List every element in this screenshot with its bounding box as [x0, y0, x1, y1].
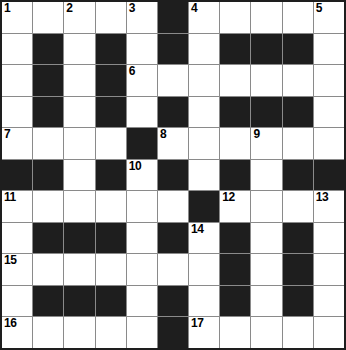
letter-cell[interactable]: [189, 128, 219, 159]
letter-cell[interactable]: [64, 191, 94, 222]
letter-cell[interactable]: [158, 65, 188, 96]
clue-number-1: 1: [4, 2, 10, 15]
block-cell: [33, 65, 63, 96]
letter-cell[interactable]: 4: [189, 2, 219, 33]
block-cell: [2, 160, 32, 191]
block-cell: [314, 160, 344, 191]
block-cell: [158, 223, 188, 254]
letter-cell[interactable]: [127, 317, 157, 348]
block-cell: [283, 223, 313, 254]
block-cell: [96, 223, 126, 254]
letter-cell[interactable]: 7: [2, 128, 32, 159]
block-cell: [64, 286, 94, 317]
block-cell: [220, 286, 250, 317]
crossword-puzzle: 1234567891011121314151617: [0, 0, 346, 350]
letter-cell[interactable]: 2: [64, 2, 94, 33]
letter-cell[interactable]: [314, 97, 344, 128]
letter-cell[interactable]: [96, 191, 126, 222]
letter-cell[interactable]: [189, 286, 219, 317]
clue-number-17: 17: [191, 317, 203, 330]
letter-cell[interactable]: [283, 2, 313, 33]
clue-number-16: 16: [4, 317, 16, 330]
letter-cell[interactable]: [314, 65, 344, 96]
block-cell: [96, 34, 126, 65]
letter-cell[interactable]: [220, 2, 250, 33]
letter-cell[interactable]: [158, 191, 188, 222]
letter-cell[interactable]: [220, 128, 250, 159]
letter-cell[interactable]: [64, 34, 94, 65]
clue-number-7: 7: [4, 128, 10, 141]
letter-cell[interactable]: [283, 128, 313, 159]
letter-cell[interactable]: [2, 223, 32, 254]
block-cell: [64, 223, 94, 254]
letter-cell[interactable]: [189, 34, 219, 65]
letter-cell[interactable]: [220, 65, 250, 96]
clue-number-10: 10: [129, 160, 141, 173]
letter-cell[interactable]: [96, 128, 126, 159]
letter-cell[interactable]: [33, 317, 63, 348]
block-cell: [158, 97, 188, 128]
clue-number-3: 3: [129, 2, 135, 15]
letter-cell[interactable]: [314, 254, 344, 285]
letter-cell[interactable]: [158, 254, 188, 285]
letter-cell[interactable]: 3: [127, 2, 157, 33]
letter-cell[interactable]: [251, 254, 281, 285]
letter-cell[interactable]: [251, 317, 281, 348]
letter-cell[interactable]: 9: [251, 128, 281, 159]
block-cell: [283, 34, 313, 65]
letter-cell[interactable]: 5: [314, 2, 344, 33]
block-cell: [158, 317, 188, 348]
block-cell: [127, 128, 157, 159]
clue-number-14: 14: [191, 223, 203, 236]
letter-cell[interactable]: [2, 286, 32, 317]
letter-cell[interactable]: 10: [127, 160, 157, 191]
block-cell: [33, 97, 63, 128]
letter-cell[interactable]: [220, 317, 250, 348]
clue-number-6: 6: [129, 65, 135, 78]
letter-cell[interactable]: [189, 65, 219, 96]
block-cell: [283, 254, 313, 285]
letter-cell[interactable]: [64, 97, 94, 128]
block-cell: [220, 97, 250, 128]
block-cell: [283, 97, 313, 128]
block-cell: [283, 286, 313, 317]
letter-cell[interactable]: [33, 2, 63, 33]
clue-number-9: 9: [253, 128, 259, 141]
block-cell: [33, 34, 63, 65]
letter-cell[interactable]: [127, 97, 157, 128]
letter-cell[interactable]: 8: [158, 128, 188, 159]
letter-cell[interactable]: [64, 160, 94, 191]
letter-cell[interactable]: [283, 191, 313, 222]
letter-cell[interactable]: [251, 160, 281, 191]
block-cell: [220, 254, 250, 285]
block-cell: [96, 160, 126, 191]
letter-cell[interactable]: [64, 65, 94, 96]
block-cell: [220, 34, 250, 65]
letter-cell[interactable]: [283, 65, 313, 96]
letter-cell[interactable]: 14: [189, 223, 219, 254]
clue-number-13: 13: [316, 191, 328, 204]
letter-cell[interactable]: 15: [2, 254, 32, 285]
clue-number-12: 12: [222, 191, 234, 204]
letter-cell[interactable]: [2, 34, 32, 65]
letter-cell[interactable]: 11: [2, 191, 32, 222]
block-cell: [96, 286, 126, 317]
block-cell: [158, 160, 188, 191]
block-cell: [220, 223, 250, 254]
letter-cell[interactable]: [33, 191, 63, 222]
letter-cell[interactable]: 16: [2, 317, 32, 348]
crossword-board: 1234567891011121314151617: [0, 0, 346, 350]
letter-cell[interactable]: [251, 223, 281, 254]
block-cell: [33, 286, 63, 317]
letter-cell[interactable]: 17: [189, 317, 219, 348]
letter-cell[interactable]: [96, 317, 126, 348]
letter-cell[interactable]: [64, 317, 94, 348]
letter-cell[interactable]: 13: [314, 191, 344, 222]
block-cell: [158, 2, 188, 33]
letter-cell[interactable]: 6: [127, 65, 157, 96]
letter-cell[interactable]: 1: [2, 2, 32, 33]
block-cell: [158, 286, 188, 317]
letter-cell[interactable]: [127, 191, 157, 222]
block-cell: [251, 97, 281, 128]
block-cell: [251, 34, 281, 65]
letter-cell[interactable]: [33, 128, 63, 159]
letter-cell[interactable]: [189, 160, 219, 191]
clue-number-11: 11: [4, 191, 16, 204]
block-cell: [220, 160, 250, 191]
block-cell: [189, 191, 219, 222]
block-cell: [96, 65, 126, 96]
letter-cell[interactable]: [251, 191, 281, 222]
letter-cell[interactable]: [314, 223, 344, 254]
letter-cell[interactable]: 12: [220, 191, 250, 222]
letter-cell[interactable]: [314, 128, 344, 159]
letter-cell[interactable]: [314, 286, 344, 317]
letter-cell[interactable]: [127, 286, 157, 317]
clue-number-2: 2: [66, 2, 72, 15]
letter-cell[interactable]: [127, 254, 157, 285]
letter-cell[interactable]: [251, 2, 281, 33]
block-cell: [33, 160, 63, 191]
letter-cell[interactable]: [251, 286, 281, 317]
letter-cell[interactable]: [314, 34, 344, 65]
block-cell: [33, 223, 63, 254]
letter-cell[interactable]: [64, 128, 94, 159]
letter-cell[interactable]: [127, 34, 157, 65]
letter-cell[interactable]: [189, 254, 219, 285]
clue-number-15: 15: [4, 254, 16, 267]
letter-cell[interactable]: [283, 317, 313, 348]
letter-cell[interactable]: [64, 254, 94, 285]
letter-cell[interactable]: [2, 97, 32, 128]
letter-cell[interactable]: [127, 223, 157, 254]
letter-cell[interactable]: [2, 65, 32, 96]
block-cell: [283, 160, 313, 191]
clue-number-8: 8: [160, 128, 166, 141]
letter-cell[interactable]: [314, 317, 344, 348]
block-cell: [158, 34, 188, 65]
clue-number-4: 4: [191, 2, 197, 15]
letter-cell[interactable]: [33, 254, 63, 285]
letter-cell[interactable]: [251, 65, 281, 96]
letter-cell[interactable]: [189, 97, 219, 128]
clue-number-5: 5: [316, 2, 322, 15]
letter-cell[interactable]: [96, 254, 126, 285]
block-cell: [96, 97, 126, 128]
letter-cell[interactable]: [96, 2, 126, 33]
